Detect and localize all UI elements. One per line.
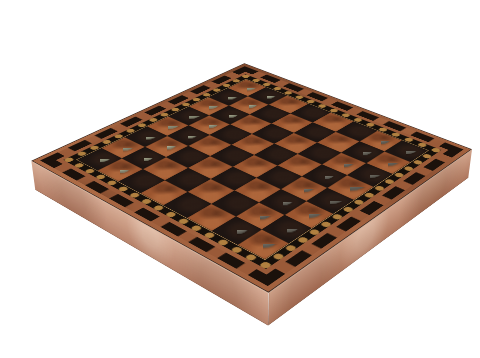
piece-base [259, 89, 276, 99]
piece-stack: ♟ [130, 124, 157, 160]
square-d3[interactable] [188, 135, 231, 156]
chessboard-box: ♜♟♟♜♞♟♟♞♝♟♟♝♚♟♟♚♛♟♟♛♝♟♟♝♞♟♟♞♜♟♟♜ [31, 63, 472, 293]
piece-base [221, 107, 239, 117]
piece-glyph: ♟ [130, 124, 157, 153]
piece-stack: ♟ [106, 135, 134, 172]
piece-base [200, 117, 218, 127]
piece-glyph: ♟ [106, 135, 134, 164]
product-photo-stage: ♜♟♟♜♞♟♟♞♝♟♟♝♚♟♟♚♛♟♟♛♝♟♟♝♞♟♟♞♜♟♟♜ [0, 0, 480, 358]
piece-base [179, 128, 198, 138]
piece-base [157, 138, 176, 149]
piece-glyph: ♜ [242, 192, 285, 237]
piece-base [240, 98, 257, 108]
piece-stack: ♜ [242, 192, 285, 247]
